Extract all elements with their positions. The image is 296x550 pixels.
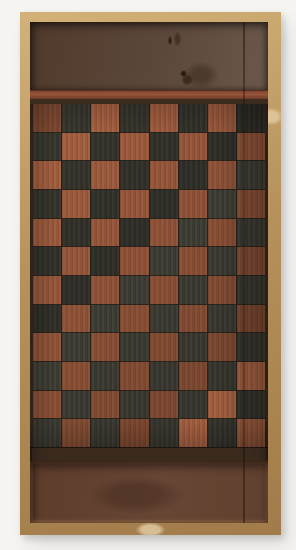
board-square[interactable] [179, 219, 207, 247]
board-square[interactable] [237, 276, 265, 304]
board-square[interactable] [237, 362, 265, 390]
board-square[interactable] [33, 190, 61, 218]
board-square[interactable] [33, 161, 61, 189]
board-square[interactable] [208, 247, 236, 275]
board-square[interactable] [62, 104, 90, 132]
board-square[interactable] [120, 305, 148, 333]
board-square[interactable] [33, 305, 61, 333]
board-square[interactable] [91, 391, 119, 419]
board-square[interactable] [33, 219, 61, 247]
board-square[interactable] [120, 104, 148, 132]
red-divider-stripe [30, 90, 268, 99]
board-square[interactable] [237, 391, 265, 419]
board-square[interactable] [91, 104, 119, 132]
checker-grid [33, 104, 265, 447]
board-square[interactable] [150, 104, 178, 132]
board-square[interactable] [150, 391, 178, 419]
board-square[interactable] [62, 333, 90, 361]
board-square[interactable] [33, 419, 61, 447]
board-square[interactable] [120, 133, 148, 161]
board-square[interactable] [62, 391, 90, 419]
board-square[interactable] [237, 305, 265, 333]
board-square[interactable] [120, 419, 148, 447]
board-square[interactable] [62, 419, 90, 447]
board-square[interactable] [62, 161, 90, 189]
board-square[interactable] [91, 190, 119, 218]
wood-knot [168, 36, 172, 45]
board-square[interactable] [208, 333, 236, 361]
bottom-rail [30, 447, 268, 461]
board-square[interactable] [150, 333, 178, 361]
board-square[interactable] [91, 161, 119, 189]
board-square[interactable] [62, 362, 90, 390]
board-square[interactable] [237, 161, 265, 189]
board-square[interactable] [120, 333, 148, 361]
board-square[interactable] [150, 419, 178, 447]
board-square[interactable] [179, 305, 207, 333]
board-square[interactable] [33, 104, 61, 132]
board-square[interactable] [179, 247, 207, 275]
board-square[interactable] [62, 219, 90, 247]
board-square[interactable] [62, 190, 90, 218]
board-square[interactable] [33, 391, 61, 419]
board-square[interactable] [150, 133, 178, 161]
board-square[interactable] [179, 362, 207, 390]
board-square[interactable] [237, 133, 265, 161]
board-square[interactable] [208, 419, 236, 447]
board-interior [30, 22, 268, 523]
board-square[interactable] [62, 305, 90, 333]
board-square[interactable] [62, 133, 90, 161]
board-square[interactable] [91, 133, 119, 161]
board-square[interactable] [150, 161, 178, 189]
board-square[interactable] [208, 391, 236, 419]
board-square[interactable] [237, 333, 265, 361]
board-square[interactable] [33, 133, 61, 161]
board-square[interactable] [237, 247, 265, 275]
bottom-panel [30, 461, 268, 523]
board-square[interactable] [179, 276, 207, 304]
game-board [20, 12, 281, 535]
board-square[interactable] [91, 419, 119, 447]
board-square[interactable] [62, 247, 90, 275]
board-square[interactable] [208, 219, 236, 247]
board-square[interactable] [120, 362, 148, 390]
board-square[interactable] [208, 133, 236, 161]
board-square[interactable] [33, 362, 61, 390]
board-square[interactable] [208, 161, 236, 189]
board-square[interactable] [179, 104, 207, 132]
board-square[interactable] [208, 362, 236, 390]
board-square[interactable] [91, 333, 119, 361]
board-square[interactable] [91, 247, 119, 275]
board-square[interactable] [120, 391, 148, 419]
board-square[interactable] [237, 104, 265, 132]
board-square[interactable] [150, 276, 178, 304]
board-square[interactable] [237, 190, 265, 218]
board-square[interactable] [208, 104, 236, 132]
board-square[interactable] [179, 333, 207, 361]
board-square[interactable] [91, 305, 119, 333]
top-panel [30, 22, 268, 90]
board-square[interactable] [150, 362, 178, 390]
board-square[interactable] [91, 219, 119, 247]
board-square[interactable] [150, 247, 178, 275]
checkerboard [30, 104, 268, 447]
board-square[interactable] [179, 419, 207, 447]
board-square[interactable] [33, 247, 61, 275]
board-square[interactable] [179, 391, 207, 419]
wood-knot [180, 70, 187, 77]
board-square[interactable] [237, 219, 265, 247]
board-square[interactable] [91, 276, 119, 304]
board-square[interactable] [150, 219, 178, 247]
board-square[interactable] [33, 276, 61, 304]
board-square[interactable] [120, 247, 148, 275]
board-square[interactable] [237, 419, 265, 447]
board-square[interactable] [120, 276, 148, 304]
board-square[interactable] [179, 133, 207, 161]
board-square[interactable] [208, 305, 236, 333]
board-square[interactable] [62, 276, 90, 304]
photo-background [0, 0, 296, 550]
board-square[interactable] [91, 362, 119, 390]
board-square[interactable] [179, 190, 207, 218]
board-square[interactable] [120, 219, 148, 247]
board-square[interactable] [208, 276, 236, 304]
board-square[interactable] [33, 333, 61, 361]
board-square[interactable] [150, 305, 178, 333]
board-square[interactable] [208, 190, 236, 218]
board-square[interactable] [120, 161, 148, 189]
board-square[interactable] [179, 161, 207, 189]
board-square[interactable] [120, 190, 148, 218]
board-square[interactable] [150, 190, 178, 218]
